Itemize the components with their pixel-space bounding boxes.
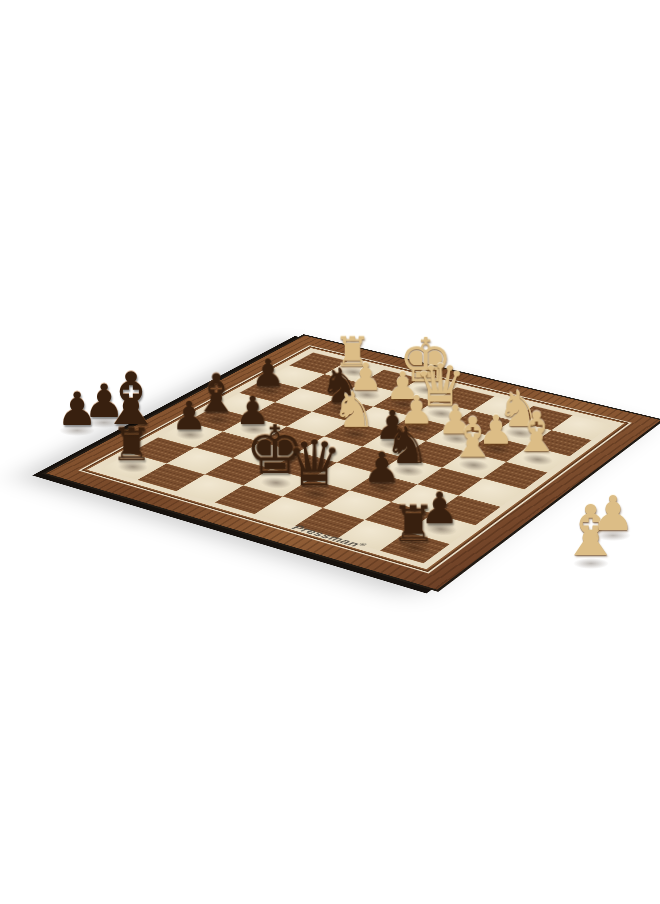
black-queen-icon: ♛ — [279, 431, 350, 494]
captured-dark-bishop[interactable]: ♝ — [91, 367, 171, 432]
board-grid-wrap: ♜♚♟♟♛♞♟♟♟♝♞♝♟♞♟♝♟♞♟♟♚♛♟♜♜ — [100, 353, 612, 564]
white-bishop-icon: ♝ — [438, 411, 507, 466]
pieces-layer: ♜♚♟♟♛♞♟♟♟♝♞♝♟♞♟♝♟♞♟♟♚♛♟♜♜ — [100, 353, 612, 564]
captured-light-pawn[interactable]: ♟ — [573, 492, 653, 535]
black-rook-icon: ♜ — [376, 499, 451, 549]
product-photo-canvas: ♜♚♟♟♛♞♟♟♟♝♞♝♟♞♟♝♟♞♟♟♚♛♟♜♜ Pressman® ♟♟♝ … — [0, 0, 660, 904]
black-pawn-icon: ♟ — [346, 447, 417, 489]
white-bishop-icon: ♝ — [502, 405, 571, 460]
